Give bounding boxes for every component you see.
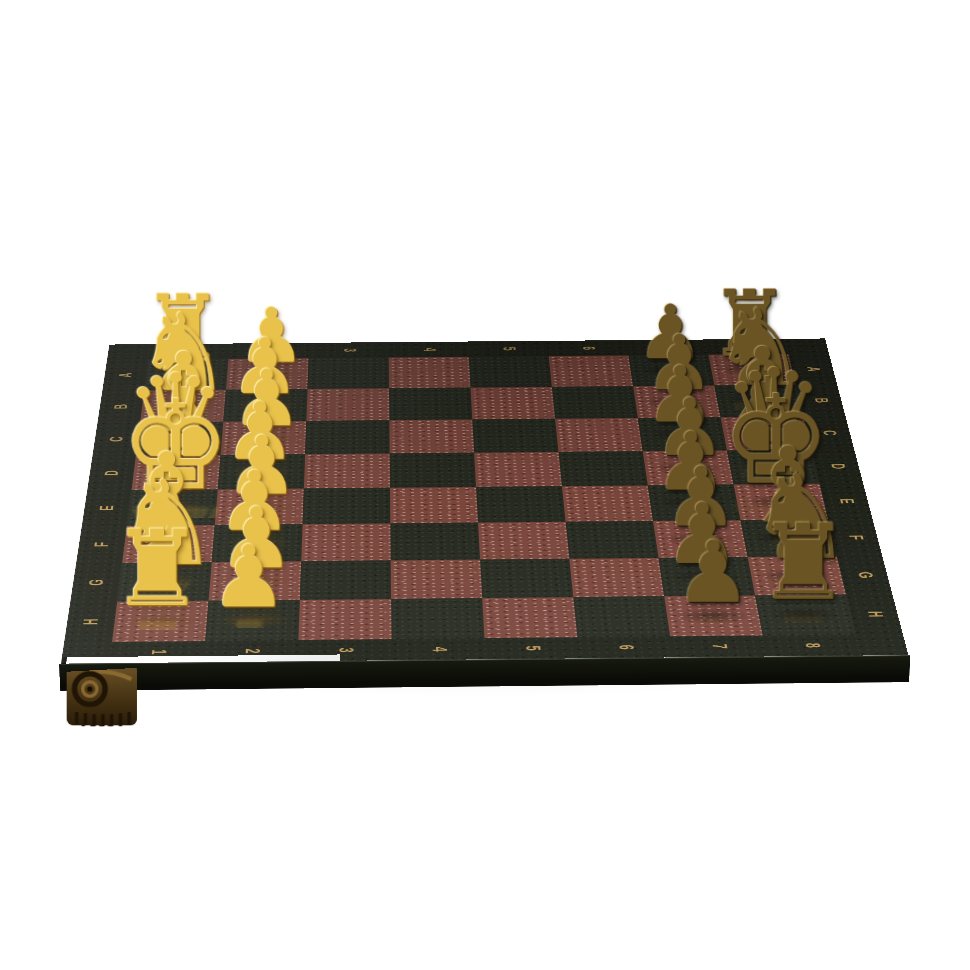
rank-label-front-5: 5 xyxy=(520,646,543,651)
square-f5[interactable] xyxy=(478,522,569,560)
square-h5[interactable] xyxy=(482,597,577,638)
rank-label-back-4: 4 xyxy=(419,348,439,352)
volute-icon xyxy=(61,662,142,730)
rank-label-front-7: 7 xyxy=(706,644,730,649)
square-h1[interactable]: ♜♜ xyxy=(112,601,209,642)
square-b5[interactable] xyxy=(470,387,555,420)
rank-label-front-1: 1 xyxy=(146,649,169,654)
square-g5[interactable] xyxy=(480,559,573,598)
square-c5[interactable] xyxy=(472,419,558,453)
square-f4[interactable] xyxy=(390,523,480,561)
piece-black-pawn-h7[interactable]: ♟♟ xyxy=(633,530,793,616)
square-d5[interactable] xyxy=(474,452,562,487)
chess-set-photo: ♜♜♟♟♟♟♜♜♞♞♟♟♟♟♞♞♝♝♟♟♟♟♝♝♛♛♟♟♟♟♛♛♚♚♟♟♟♟♚♚… xyxy=(0,0,970,970)
square-g4[interactable] xyxy=(391,560,483,599)
rank-label-front-2: 2 xyxy=(240,649,263,654)
square-d4[interactable] xyxy=(390,453,476,488)
scene: ♜♜♟♟♟♟♜♜♞♞♟♟♟♟♞♞♝♝♟♟♟♟♝♝♛♛♟♟♟♟♛♛♚♚♟♟♟♟♚♚… xyxy=(0,0,970,970)
board-surface: ♜♜♟♟♟♟♜♜♞♞♟♟♟♟♞♞♝♝♟♟♟♟♝♝♛♛♟♟♟♟♛♛♚♚♟♟♟♟♚♚… xyxy=(61,338,908,663)
square-a5[interactable] xyxy=(469,356,552,387)
rank-label-back-5: 5 xyxy=(498,347,518,351)
square-b4[interactable] xyxy=(389,388,472,421)
square-c4[interactable] xyxy=(389,420,474,454)
square-e5[interactable] xyxy=(476,486,566,522)
square-a4[interactable] xyxy=(389,357,471,389)
square-e4[interactable] xyxy=(390,487,478,523)
rank-label-back-6: 6 xyxy=(578,346,598,350)
white-rook-icon: ♜ xyxy=(77,516,238,621)
board-squares: ♜♜♟♟♟♟♜♜♞♞♟♟♟♟♞♞♝♝♟♟♟♟♝♝♛♛♟♟♟♟♛♛♚♚♟♟♟♟♚♚… xyxy=(112,354,855,642)
square-h4[interactable] xyxy=(391,598,484,639)
rank-label-front-3: 3 xyxy=(333,648,356,653)
square-h7[interactable]: ♟♟ xyxy=(664,595,763,636)
piece-white-rook-h1[interactable]: ♜♜ xyxy=(77,516,238,621)
rank-label-front-8: 8 xyxy=(800,643,824,648)
black-pawn-icon: ♟ xyxy=(633,530,793,616)
board-foot-right xyxy=(61,662,142,730)
rank-label-back-3: 3 xyxy=(339,348,359,352)
rank-label-front-6: 6 xyxy=(613,645,636,650)
rank-label-front-4: 4 xyxy=(427,647,450,652)
chess-board: ♜♜♟♟♟♟♜♜♞♞♟♟♟♟♞♞♝♝♟♟♟♟♝♝♛♛♟♟♟♟♛♛♚♚♟♟♟♟♚♚… xyxy=(61,338,908,663)
